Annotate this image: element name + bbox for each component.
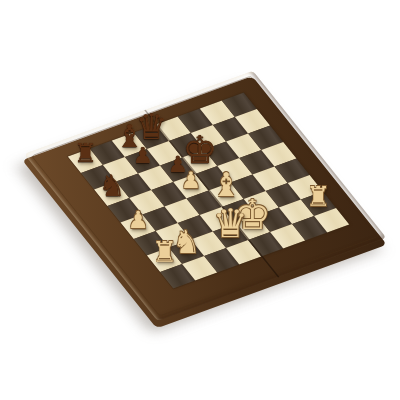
piece-black-rook[interactable]: ♜ [74,141,97,167]
piece-white-rook[interactable]: ♜ [306,183,330,210]
piece-white-pawn[interactable]: ♟ [181,169,201,192]
piece-white-queen[interactable]: ♛ [213,204,248,244]
piece-black-pawn[interactable]: ♟ [133,145,153,167]
piece-white-rook[interactable]: ♜ [152,237,178,266]
piece-black-king[interactable]: ♚ [183,131,217,169]
product-photo-scene: ♜♝♛♟♞♟♚♟♟♝♜♞♛♚♜ [0,0,400,400]
piece-white-pawn[interactable]: ♟ [127,209,148,233]
piece-black-knight[interactable]: ♞ [98,171,125,201]
board-frame [24,71,387,321]
